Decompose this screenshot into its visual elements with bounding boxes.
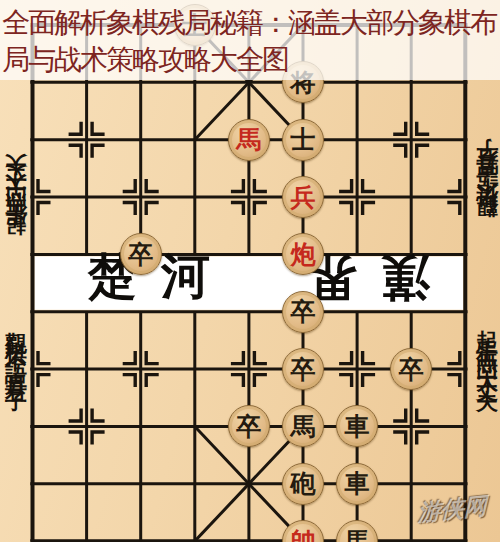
piece-black-advisor[interactable]: 士 [282, 119, 324, 161]
piece-black-chariot[interactable]: 車 [336, 405, 378, 447]
piece-black-soldier[interactable]: 卒 [120, 233, 162, 275]
piece-red-cannon[interactable]: 炮 [282, 233, 324, 275]
piece-red-soldier[interactable]: 兵 [282, 176, 324, 218]
piece-black-soldier[interactable]: 卒 [390, 348, 432, 390]
piece-black-soldier[interactable]: 卒 [282, 291, 324, 333]
piece-black-horse[interactable]: 馬 [282, 405, 324, 447]
piece-black-soldier[interactable]: 卒 [282, 348, 324, 390]
piece-black-chariot[interactable]: 車 [336, 463, 378, 505]
piece-black-horse[interactable]: 馬 [336, 520, 378, 542]
page-title-line2: 局与战术策略攻略大全图 [2, 41, 500, 78]
piece-black-soldier[interactable]: 卒 [228, 405, 270, 447]
page-title-line1: 全面解析象棋残局秘籍：涵盖大部分象棋布 [2, 4, 500, 41]
piece-black-cannon[interactable]: 砲 [282, 463, 324, 505]
xiangqi-diagram: 起手無回大丈夫 觀棋不語真君子 觀棋不語真君子 起手無回大丈夫 楚河 漢界 士将… [0, 0, 500, 542]
pieces-grid: 士将馬士兵卒炮卒卒卒卒馬車砲車帥馬 [5, 0, 492, 542]
piece-red-king[interactable]: 帥 [282, 520, 324, 542]
page-title: 全面解析象棋残局秘籍：涵盖大部分象棋布 局与战术策略攻略大全图 [2, 4, 500, 78]
piece-red-horse[interactable]: 馬 [228, 119, 270, 161]
